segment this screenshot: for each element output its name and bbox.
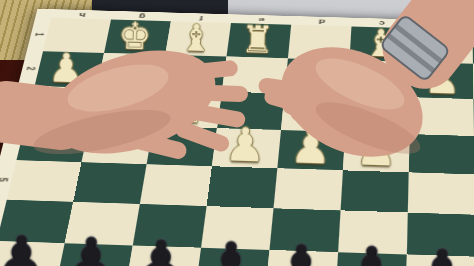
screenshot-root: hgfedcba1♚♝♜♝♜12♟♟♟♞♟♟23♞♛34♟♟♟455667♟♟♟… (0, 0, 474, 266)
hands-overlay (0, 0, 474, 266)
left-hand (0, 32, 248, 172)
left-middle-finger (184, 84, 249, 102)
right-hand (258, 0, 474, 178)
